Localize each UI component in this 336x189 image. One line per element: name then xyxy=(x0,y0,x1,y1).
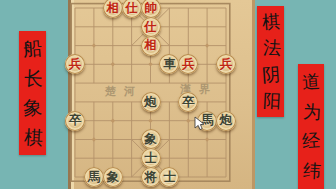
banner-slogan-bottom: 道为经纬 xyxy=(298,64,324,189)
banner-character: 道 xyxy=(301,72,320,91)
piece-black-i6[interactable]: 炮 xyxy=(216,111,236,131)
banner-slogan-top: 棋法阴阳 xyxy=(257,6,284,117)
banner-character: 纬 xyxy=(303,162,322,181)
piece-glyph: 炮 xyxy=(144,96,157,109)
piece-glyph: 卒 xyxy=(182,96,195,109)
piece-glyph: 仕 xyxy=(144,21,157,34)
piece-glyph: 帥 xyxy=(144,2,157,15)
piece-glyph: 士 xyxy=(144,152,157,165)
piece-black-b9[interactable]: 馬 xyxy=(84,167,104,187)
river-label-chu-he: 楚 河 xyxy=(98,84,144,99)
piece-black-e9[interactable]: 将 xyxy=(141,167,161,187)
piece-red-e1[interactable]: 仕 xyxy=(141,17,161,37)
xiangqi-board[interactable]: 楚 河 漢 界 相仕帥仕相兵兵兵車炮卒卒馬炮象士馬象将士 xyxy=(68,0,255,189)
piece-glyph: 炮 xyxy=(220,114,233,127)
piece-glyph: 士 xyxy=(163,171,176,184)
piece-glyph: 兵 xyxy=(182,58,195,71)
piece-glyph: 相 xyxy=(107,2,120,15)
piece-red-d0[interactable]: 仕 xyxy=(122,0,142,18)
piece-black-e8[interactable]: 士 xyxy=(141,148,161,168)
board-grid[interactable] xyxy=(68,0,255,189)
banner-character: 法 xyxy=(262,39,281,58)
piece-glyph: 馬 xyxy=(88,171,101,184)
banner-character: 阴 xyxy=(261,65,280,84)
banner-character: 经 xyxy=(301,132,320,151)
banner-character: 棋 xyxy=(24,127,44,147)
piece-black-e7[interactable]: 象 xyxy=(141,129,161,149)
piece-black-e5[interactable]: 炮 xyxy=(141,92,161,112)
piece-glyph: 象 xyxy=(107,171,120,184)
banner-character: 阳 xyxy=(262,91,281,110)
piece-glyph: 兵 xyxy=(69,58,82,71)
piece-glyph: 兵 xyxy=(220,58,233,71)
piece-glyph: 相 xyxy=(144,39,157,52)
thumbnail-stage: 船长象棋 棋法阴阳 道为经纬 楚 河 漢 界 相仕帥仕相兵兵兵車炮卒卒馬炮象士馬… xyxy=(0,0,336,189)
piece-glyph: 車 xyxy=(163,58,176,71)
banner-character: 象 xyxy=(22,98,42,118)
mouse-cursor-icon xyxy=(194,116,205,131)
banner-character: 长 xyxy=(24,68,44,88)
piece-glyph: 仕 xyxy=(125,2,138,15)
piece-black-c9[interactable]: 象 xyxy=(103,167,123,187)
piece-glyph: 卒 xyxy=(69,114,82,127)
piece-red-c0[interactable]: 相 xyxy=(103,0,123,18)
piece-glyph: 将 xyxy=(144,171,157,184)
banner-character: 船 xyxy=(22,39,42,59)
banner-character: 棋 xyxy=(261,13,280,32)
piece-glyph: 象 xyxy=(144,133,157,146)
banner-channel-name: 船长象棋 xyxy=(19,31,46,155)
piece-red-e2[interactable]: 相 xyxy=(141,36,161,56)
piece-red-e0[interactable]: 帥 xyxy=(141,0,161,18)
piece-black-a6[interactable]: 卒 xyxy=(65,111,85,131)
banner-character: 为 xyxy=(303,102,322,121)
